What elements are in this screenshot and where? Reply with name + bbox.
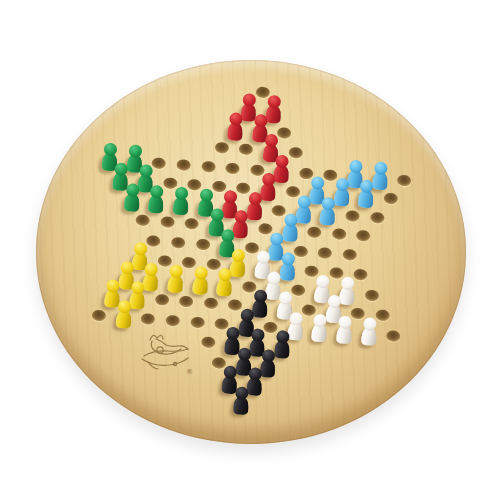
peg-head [226, 326, 240, 340]
peg-head [262, 348, 276, 362]
peg-head [316, 274, 330, 288]
board-hole[interactable] [383, 193, 398, 205]
peg-head [117, 299, 131, 313]
peg-head [360, 179, 374, 193]
board-hole[interactable] [307, 227, 322, 239]
peg-head [256, 250, 270, 264]
peg-head [267, 95, 281, 109]
peg-head [175, 186, 189, 200]
peg-green[interactable] [147, 184, 166, 213]
peg-head [221, 228, 235, 242]
board-hole[interactable] [184, 218, 199, 230]
peg-yellow[interactable] [114, 299, 133, 328]
peg-head [199, 188, 213, 202]
peg-head [134, 242, 148, 256]
board-hole[interactable] [239, 144, 254, 156]
peg-head [145, 262, 159, 276]
peg-head [297, 195, 311, 209]
peg-head [115, 162, 129, 176]
peg-head [104, 142, 118, 156]
peg-head [224, 189, 238, 203]
peg-head [210, 208, 224, 222]
peg-blue[interactable] [319, 196, 338, 225]
peg-head [265, 134, 279, 148]
peg-head [169, 264, 183, 278]
peg-head [262, 173, 276, 187]
peg-head [267, 271, 281, 285]
peg-head [276, 330, 290, 344]
peg-green[interactable] [123, 182, 142, 211]
peg-head [126, 183, 140, 197]
board-hole[interactable] [214, 142, 229, 154]
board-hole[interactable] [370, 211, 385, 223]
board-hole[interactable] [179, 296, 194, 308]
peg-head [229, 112, 243, 126]
board-hole[interactable] [386, 330, 401, 342]
peg-white[interactable] [311, 313, 330, 342]
product-photo-canvas: { "game": "chinese-checkers", "board": {… [0, 0, 500, 500]
peg-head [374, 161, 388, 175]
peg-head [335, 178, 349, 192]
peg-head [235, 210, 249, 224]
board-hole[interactable] [201, 336, 216, 348]
board-hole[interactable] [154, 294, 169, 306]
board-hole[interactable] [318, 247, 333, 259]
board-hole[interactable] [201, 161, 216, 173]
peg-head [232, 249, 246, 263]
board-hole[interactable] [171, 237, 186, 249]
peg-head [311, 176, 325, 190]
board-hole[interactable] [364, 289, 379, 301]
peg-head [276, 154, 290, 168]
peg-head [341, 276, 355, 290]
board-hole[interactable] [176, 159, 191, 171]
peg-yellow[interactable] [215, 267, 234, 296]
peg-head [150, 184, 164, 198]
peg-head [254, 289, 268, 303]
peg-black[interactable] [232, 386, 251, 415]
peg-head [194, 266, 208, 280]
peg-head [254, 113, 268, 127]
peg-head [270, 232, 284, 246]
board-hole[interactable] [141, 313, 156, 325]
peg-head [248, 367, 262, 381]
board-hole[interactable] [345, 210, 360, 222]
peg-head [327, 294, 341, 308]
board-hole[interactable] [342, 249, 357, 261]
peg-white[interactable] [335, 315, 354, 344]
peg-green[interactable] [172, 186, 191, 215]
peg-head [281, 252, 295, 266]
peg-red[interactable] [226, 111, 245, 140]
board-hole[interactable] [160, 216, 175, 228]
board-hole[interactable] [195, 238, 210, 250]
board-hole[interactable] [135, 215, 150, 227]
peg-head [284, 213, 298, 227]
peg-head [131, 281, 145, 295]
peg-yellow[interactable] [191, 265, 210, 294]
peg-yellow[interactable] [166, 264, 185, 293]
brand-stamp-icon: ® [136, 326, 198, 378]
registered-mark: ® [186, 368, 193, 376]
peg-head [338, 315, 352, 329]
peg-white[interactable] [360, 316, 379, 345]
board-hole[interactable] [203, 298, 218, 310]
peg-blue[interactable] [357, 179, 376, 208]
peg-head [139, 164, 153, 178]
peg-head [243, 93, 257, 107]
peg-head [235, 386, 249, 400]
peg-head [218, 267, 232, 281]
peg-head [251, 328, 265, 342]
peg-head [128, 144, 142, 158]
peg-head [363, 316, 377, 330]
peg-head [314, 313, 328, 327]
board-hole[interactable] [225, 162, 240, 174]
peg-head [107, 279, 121, 293]
peg-head [240, 308, 254, 322]
peg-head [237, 347, 251, 361]
peg-head [322, 196, 336, 210]
peg-head [248, 191, 262, 205]
peg-head [289, 311, 303, 325]
board-hole[interactable] [356, 230, 371, 242]
peg-head [120, 260, 134, 274]
brand-stamp: ® [136, 326, 198, 378]
peg-head [349, 159, 363, 173]
board-hole[interactable] [397, 174, 412, 186]
peg-head [224, 365, 238, 379]
board-hole[interactable] [332, 228, 347, 240]
peg-head [278, 291, 292, 305]
board-hole[interactable] [92, 309, 107, 321]
board-hole[interactable] [165, 314, 180, 326]
